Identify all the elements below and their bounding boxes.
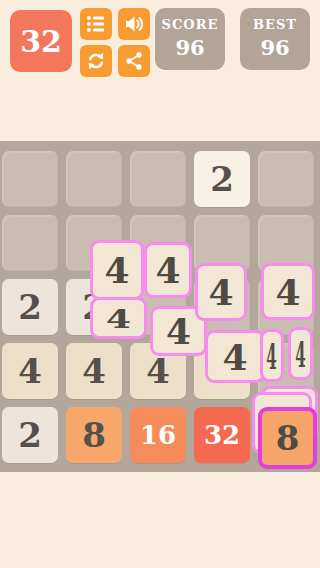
list-icon	[86, 14, 106, 34]
share-button[interactable]	[118, 45, 150, 77]
tile-4: 4	[66, 343, 122, 399]
merging-tile-4: 4	[261, 263, 315, 320]
merging-tile-4: 4	[90, 297, 147, 339]
menu-list-button[interactable]	[80, 8, 112, 40]
restart-button[interactable]	[80, 45, 112, 77]
tile-8: 8	[66, 407, 122, 463]
score-value: 96	[155, 35, 225, 60]
board-cell-r1c1	[2, 151, 58, 207]
current-tile-badge: 32	[10, 10, 72, 72]
board-cell-r5c3: 16	[130, 407, 186, 463]
board-cell-r1c5	[258, 151, 314, 207]
tile-16: 16	[130, 407, 186, 463]
game-screen: 32	[0, 0, 320, 568]
merging-tile-4: 4	[144, 242, 192, 298]
merging-tile-8: 8	[258, 407, 317, 469]
board-cell-r2c1	[2, 215, 58, 271]
best-box: BEST 96	[240, 8, 310, 70]
score-label: SCORE	[155, 17, 225, 32]
tile-2: 2	[194, 151, 250, 207]
board-cell-r4c2: 4	[66, 343, 122, 399]
tile-2: 2	[2, 279, 58, 335]
speaker-icon	[124, 14, 144, 34]
tile-4: 4	[2, 343, 58, 399]
board-cell-r5c1: 2	[2, 407, 58, 463]
current-tile-value: 32	[20, 24, 62, 59]
board-cell-r1c3	[130, 151, 186, 207]
board-cell-r5c2: 8	[66, 407, 122, 463]
sound-button[interactable]	[118, 8, 150, 40]
merging-tile-4: 4	[260, 329, 284, 382]
best-label: BEST	[240, 17, 310, 32]
tile-32: 32	[194, 407, 250, 463]
merging-tile-4: 4	[90, 240, 144, 300]
tile-2: 2	[2, 407, 58, 463]
board-cell-r5c4: 32	[194, 407, 250, 463]
refresh-icon	[86, 51, 106, 71]
board-cell-r3c1: 2	[2, 279, 58, 335]
score-box: SCORE 96	[155, 8, 225, 70]
best-value: 96	[240, 35, 310, 60]
merging-tile-4: 4	[195, 263, 247, 321]
board-cell-r4c1: 4	[2, 343, 58, 399]
merging-tile-4: 4	[288, 327, 313, 380]
board-cell-r1c2	[66, 151, 122, 207]
share-icon	[124, 51, 144, 71]
board-cell-r1c4: 2	[194, 151, 250, 207]
merging-tile-4: 4	[205, 330, 265, 383]
